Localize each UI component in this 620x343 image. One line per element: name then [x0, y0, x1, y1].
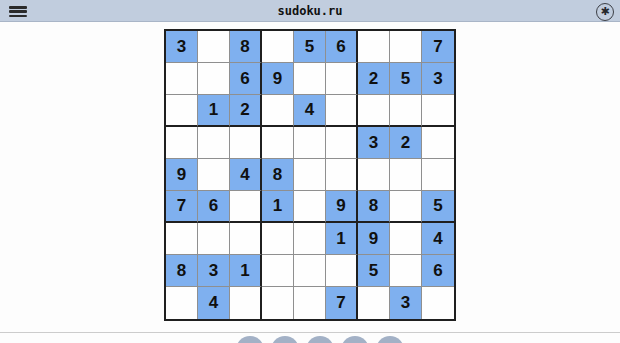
cell-r2c7[interactable]: 2 — [358, 63, 390, 95]
cell-r6c2[interactable]: 6 — [198, 191, 230, 223]
cell-r1c8[interactable] — [390, 31, 422, 63]
cell-r4c7[interactable]: 3 — [358, 127, 390, 159]
cell-r8c5[interactable] — [294, 255, 326, 287]
footer-round-button-5[interactable] — [376, 336, 404, 343]
cell-r6c9[interactable]: 5 — [422, 191, 454, 223]
cell-r8c6[interactable] — [326, 255, 358, 287]
cell-r1c6[interactable]: 6 — [326, 31, 358, 63]
cell-r3c7[interactable] — [358, 95, 390, 127]
cell-r8c4[interactable] — [262, 255, 294, 287]
cell-r2c2[interactable] — [198, 63, 230, 95]
cell-r5c2[interactable] — [198, 159, 230, 191]
cell-r8c8[interactable] — [390, 255, 422, 287]
footer-divider — [0, 332, 620, 333]
cell-r3c4[interactable] — [262, 95, 294, 127]
cell-r6c1[interactable]: 7 — [166, 191, 198, 223]
gear-icon: ✱ — [600, 6, 609, 17]
cell-r2c9[interactable]: 3 — [422, 63, 454, 95]
cell-r9c6[interactable]: 7 — [326, 287, 358, 319]
cell-r3c2[interactable]: 1 — [198, 95, 230, 127]
hamburger-bar — [9, 10, 27, 13]
cell-r4c9[interactable] — [422, 127, 454, 159]
cell-r3c3[interactable]: 2 — [230, 95, 262, 127]
cell-r9c7[interactable] — [358, 287, 390, 319]
cell-r4c4[interactable] — [262, 127, 294, 159]
cell-r2c4[interactable]: 9 — [262, 63, 294, 95]
cell-r4c1[interactable] — [166, 127, 198, 159]
cell-r7c5[interactable] — [294, 223, 326, 255]
cell-r3c1[interactable] — [166, 95, 198, 127]
cell-r4c6[interactable] — [326, 127, 358, 159]
cell-r6c5[interactable] — [294, 191, 326, 223]
cell-r8c2[interactable]: 3 — [198, 255, 230, 287]
cell-r9c5[interactable] — [294, 287, 326, 319]
cell-r1c9[interactable]: 7 — [422, 31, 454, 63]
cell-r2c1[interactable] — [166, 63, 198, 95]
cell-r3c6[interactable] — [326, 95, 358, 127]
hamburger-menu-icon[interactable] — [9, 6, 27, 17]
cell-r2c3[interactable]: 6 — [230, 63, 262, 95]
cell-r6c4[interactable]: 1 — [262, 191, 294, 223]
cell-r3c9[interactable] — [422, 95, 454, 127]
app-header: sudoku.ru ✱ — [0, 0, 620, 22]
cell-r3c5[interactable]: 4 — [294, 95, 326, 127]
cell-r8c9[interactable]: 6 — [422, 255, 454, 287]
cell-r9c2[interactable]: 4 — [198, 287, 230, 319]
cell-r5c7[interactable] — [358, 159, 390, 191]
cell-r7c9[interactable]: 4 — [422, 223, 454, 255]
cell-r4c8[interactable]: 2 — [390, 127, 422, 159]
cell-r7c4[interactable] — [262, 223, 294, 255]
footer-round-button-2[interactable] — [271, 336, 299, 343]
footer-round-button-3[interactable] — [306, 336, 334, 343]
cell-r5c6[interactable] — [326, 159, 358, 191]
cell-r2c6[interactable] — [326, 63, 358, 95]
cell-r7c3[interactable] — [230, 223, 262, 255]
cell-r6c8[interactable] — [390, 191, 422, 223]
footer-round-button-4[interactable] — [341, 336, 369, 343]
cell-r7c1[interactable] — [166, 223, 198, 255]
cell-r6c7[interactable]: 8 — [358, 191, 390, 223]
hamburger-bar — [9, 6, 27, 9]
cell-r8c3[interactable]: 1 — [230, 255, 262, 287]
cell-r7c2[interactable] — [198, 223, 230, 255]
footer-button-row — [236, 336, 404, 343]
cell-r1c2[interactable] — [198, 31, 230, 63]
cell-r4c3[interactable] — [230, 127, 262, 159]
cell-r1c4[interactable] — [262, 31, 294, 63]
hamburger-bar — [9, 15, 27, 18]
cell-r4c2[interactable] — [198, 127, 230, 159]
cell-r7c6[interactable]: 1 — [326, 223, 358, 255]
cell-r3c8[interactable] — [390, 95, 422, 127]
cell-r5c4[interactable]: 8 — [262, 159, 294, 191]
settings-button[interactable]: ✱ — [596, 3, 614, 21]
cell-r9c9[interactable] — [422, 287, 454, 319]
cell-r5c3[interactable]: 4 — [230, 159, 262, 191]
cell-r1c1[interactable]: 3 — [166, 31, 198, 63]
cell-r1c7[interactable] — [358, 31, 390, 63]
cell-r6c6[interactable]: 9 — [326, 191, 358, 223]
cell-r8c1[interactable]: 8 — [166, 255, 198, 287]
footer-round-button-1[interactable] — [236, 336, 264, 343]
cell-r9c3[interactable] — [230, 287, 262, 319]
cell-r8c7[interactable]: 5 — [358, 255, 390, 287]
cell-r2c5[interactable] — [294, 63, 326, 95]
cell-r9c1[interactable] — [166, 287, 198, 319]
page-title: sudoku.ru — [277, 4, 342, 18]
cell-r2c8[interactable]: 5 — [390, 63, 422, 95]
cell-r1c5[interactable]: 5 — [294, 31, 326, 63]
cell-r9c8[interactable]: 3 — [390, 287, 422, 319]
cell-r7c7[interactable]: 9 — [358, 223, 390, 255]
cell-r9c4[interactable] — [262, 287, 294, 319]
cell-r5c9[interactable] — [422, 159, 454, 191]
cell-r6c3[interactable] — [230, 191, 262, 223]
sudoku-board: 38567692531243294876198519483156473 — [164, 29, 456, 321]
cell-r5c8[interactable] — [390, 159, 422, 191]
cell-r5c1[interactable]: 9 — [166, 159, 198, 191]
cell-r4c5[interactable] — [294, 127, 326, 159]
cell-r1c3[interactable]: 8 — [230, 31, 262, 63]
cell-r7c8[interactable] — [390, 223, 422, 255]
cell-r5c5[interactable] — [294, 159, 326, 191]
